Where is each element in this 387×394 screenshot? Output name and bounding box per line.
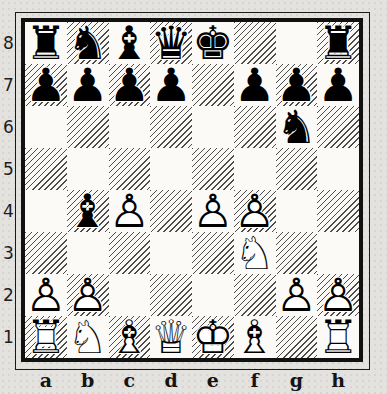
piece-bP-b7: ♟ — [67, 64, 109, 106]
piece-glyph: ♖ — [25, 314, 66, 360]
piece-glyph: ♙ — [276, 272, 317, 318]
square-h5 — [317, 148, 359, 190]
square-c6 — [109, 106, 151, 148]
piece-wP-e4: ♟♙ — [192, 190, 234, 232]
piece-wN-b1: ♞♘ — [67, 316, 109, 358]
piece-glyph: ♘ — [67, 314, 108, 360]
piece-glyph: ♙ — [109, 188, 150, 234]
piece-wP-c4: ♟♙ — [109, 190, 151, 232]
square-c7: ♟ — [109, 64, 151, 106]
square-e8: ♚ — [192, 22, 234, 64]
piece-wN-f3: ♞♘ — [234, 232, 276, 274]
piece-glyph: ♗ — [109, 314, 150, 360]
square-f6 — [234, 106, 276, 148]
square-d4 — [150, 190, 192, 232]
piece-glyph: ♔ — [192, 314, 233, 360]
square-a4 — [25, 190, 67, 232]
square-f7: ♟ — [234, 64, 276, 106]
piece-glyph: ♞ — [276, 104, 317, 150]
square-h6 — [317, 106, 359, 148]
piece-glyph: ♟ — [67, 62, 108, 108]
board: ♜♞♝♛♚♜♟♟♟♟♟♟♟♞♝♟♙♟♙♟♙♞♘♟♙♟♙♟♙♟♙♜♖♞♘♝♗♛♕♚… — [25, 22, 359, 358]
square-g2: ♟♙ — [276, 274, 318, 316]
square-d7: ♟ — [150, 64, 192, 106]
piece-wP-g2: ♟♙ — [276, 274, 318, 316]
square-e7 — [192, 64, 234, 106]
file-label-c: c — [109, 368, 151, 392]
square-e4: ♟♙ — [192, 190, 234, 232]
square-c4: ♟♙ — [109, 190, 151, 232]
piece-bP-d7: ♟ — [150, 64, 192, 106]
chess-diagram: 87654321 ♜♞♝♛♚♜♟♟♟♟♟♟♟♞♝♟♙♟♙♟♙♞♘♟♙♟♙♟♙♟♙… — [0, 0, 387, 394]
square-a5 — [25, 148, 67, 190]
piece-wB-f1: ♝♗ — [234, 316, 276, 358]
piece-glyph: ♙ — [192, 188, 233, 234]
piece-bP-f7: ♟ — [234, 64, 276, 106]
file-label-d: d — [150, 368, 192, 392]
square-d3 — [150, 232, 192, 274]
square-h4 — [317, 190, 359, 232]
piece-bN-g6: ♞ — [276, 106, 318, 148]
piece-wR-a1: ♜♖ — [25, 316, 67, 358]
square-g1 — [276, 316, 318, 358]
square-e1: ♚♔ — [192, 316, 234, 358]
piece-bK-e8: ♚ — [192, 22, 234, 64]
piece-wB-c1: ♝♗ — [109, 316, 151, 358]
piece-glyph: ♕ — [151, 314, 192, 360]
piece-glyph: ♝ — [67, 188, 108, 234]
square-d6 — [150, 106, 192, 148]
square-b7: ♟ — [67, 64, 109, 106]
piece-glyph: ♟ — [318, 62, 359, 108]
piece-wK-e1: ♚♔ — [192, 316, 234, 358]
square-c3 — [109, 232, 151, 274]
piece-glyph: ♚ — [192, 20, 233, 66]
piece-glyph: ♗ — [234, 314, 275, 360]
file-label-g: g — [276, 368, 318, 392]
file-label-e: e — [192, 368, 234, 392]
piece-wR-h1: ♜♖ — [317, 316, 359, 358]
piece-glyph: ♟ — [109, 62, 150, 108]
square-d1: ♛♕ — [150, 316, 192, 358]
file-labels: abcdefgh — [25, 368, 359, 392]
board-frame: ♜♞♝♛♚♜♟♟♟♟♟♟♟♞♝♟♙♟♙♟♙♞♘♟♙♟♙♟♙♟♙♜♖♞♘♝♗♛♕♚… — [21, 18, 363, 362]
square-b4: ♝ — [67, 190, 109, 232]
square-g4 — [276, 190, 318, 232]
file-label-b: b — [67, 368, 109, 392]
piece-wQ-d1: ♛♕ — [150, 316, 192, 358]
square-f1: ♝♗ — [234, 316, 276, 358]
piece-bP-h7: ♟ — [317, 64, 359, 106]
square-f3: ♞♘ — [234, 232, 276, 274]
file-label-a: a — [25, 368, 67, 392]
piece-glyph: ♟ — [151, 62, 192, 108]
square-a6 — [25, 106, 67, 148]
piece-glyph: ♟ — [25, 62, 66, 108]
square-h7: ♟ — [317, 64, 359, 106]
piece-glyph: ♘ — [234, 230, 275, 276]
square-g6: ♞ — [276, 106, 318, 148]
square-e6 — [192, 106, 234, 148]
file-label-h: h — [317, 368, 359, 392]
file-label-f: f — [234, 368, 276, 392]
square-a1: ♜♖ — [25, 316, 67, 358]
piece-glyph: ♖ — [318, 314, 359, 360]
square-h1: ♜♖ — [317, 316, 359, 358]
piece-bB-b4: ♝ — [67, 190, 109, 232]
square-c1: ♝♗ — [109, 316, 151, 358]
piece-glyph: ♟ — [234, 62, 275, 108]
piece-bP-a7: ♟ — [25, 64, 67, 106]
square-b6 — [67, 106, 109, 148]
square-e3 — [192, 232, 234, 274]
piece-bP-c7: ♟ — [109, 64, 151, 106]
square-d5 — [150, 148, 192, 190]
square-b1: ♞♘ — [67, 316, 109, 358]
square-g5 — [276, 148, 318, 190]
square-a7: ♟ — [25, 64, 67, 106]
